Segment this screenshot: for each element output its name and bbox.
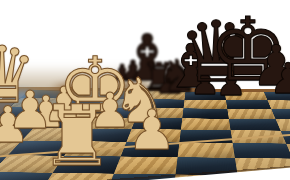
white-pawn: ♟ [127, 103, 176, 158]
white-rook: ♜ [39, 94, 114, 178]
black-pawn: ♟ [269, 58, 290, 100]
pieces-layer: ♟♟♝♜♟♞♝♟♛♟♚♟♟♛♟♟♟♟♚♟♞♟♜ [0, 0, 290, 180]
photo-chess-scene: ♟♟♝♜♟♞♝♟♛♟♚♟♟♛♟♟♟♟♚♟♞♟♜ [0, 0, 290, 180]
